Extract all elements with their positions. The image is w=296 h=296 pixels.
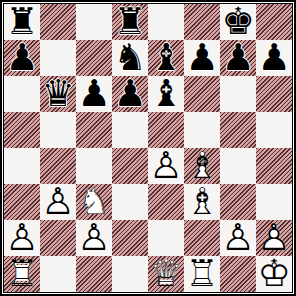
white-bishop-glyph: ♗	[184, 148, 220, 184]
square-h3[interactable]	[256, 184, 292, 220]
square-d7[interactable]: ♞	[112, 40, 148, 76]
white-pawn-glyph: ♙	[256, 220, 292, 256]
square-d3[interactable]	[112, 184, 148, 220]
black-queen-b6[interactable]: ♛	[40, 76, 76, 112]
square-c4[interactable]	[76, 148, 112, 184]
black-king-glyph: ♚	[220, 4, 256, 40]
square-d6[interactable]: ♟	[112, 76, 148, 112]
square-a4[interactable]	[4, 148, 40, 184]
chess-board-inner-border: ♜♜♚♟♞♝♟♟♟♛♟♟♝♟♙♝♗♟♙♞♘♝♗♟♙♟♙♟♙♟♙♜♖♛♕♜♖♚♔	[3, 3, 293, 293]
white-pawn-a2[interactable]: ♟♙	[4, 220, 40, 256]
square-e5[interactable]	[148, 112, 184, 148]
square-e2[interactable]	[148, 220, 184, 256]
square-b8[interactable]	[40, 4, 76, 40]
black-pawn-g7[interactable]: ♟	[220, 40, 256, 76]
square-f8[interactable]	[184, 4, 220, 40]
square-f7[interactable]: ♟	[184, 40, 220, 76]
square-f5[interactable]	[184, 112, 220, 148]
white-rook-glyph: ♖	[184, 256, 220, 292]
white-pawn-h2[interactable]: ♟♙	[256, 220, 292, 256]
white-king-glyph: ♔	[256, 256, 292, 292]
square-g7[interactable]: ♟	[220, 40, 256, 76]
black-pawn-glyph: ♟	[184, 40, 220, 76]
white-pawn-e4[interactable]: ♟♙	[148, 148, 184, 184]
square-d5[interactable]	[112, 112, 148, 148]
square-c1[interactable]	[76, 256, 112, 292]
square-f1[interactable]: ♜♖	[184, 256, 220, 292]
chess-board-frame: ♜♜♚♟♞♝♟♟♟♛♟♟♝♟♙♝♗♟♙♞♘♝♗♟♙♟♙♟♙♟♙♜♖♛♕♜♖♚♔	[0, 0, 296, 296]
square-d8[interactable]: ♜	[112, 4, 148, 40]
white-bishop-f4[interactable]: ♝♗	[184, 148, 220, 184]
square-h4[interactable]	[256, 148, 292, 184]
square-a5[interactable]	[4, 112, 40, 148]
square-b5[interactable]	[40, 112, 76, 148]
black-bishop-glyph: ♝	[148, 40, 184, 76]
black-pawn-c6[interactable]: ♟	[76, 76, 112, 112]
square-e6[interactable]: ♝	[148, 76, 184, 112]
white-pawn-glyph: ♙	[40, 184, 76, 220]
black-queen-glyph: ♛	[40, 76, 76, 112]
square-f3[interactable]: ♝♗	[184, 184, 220, 220]
white-pawn-c2[interactable]: ♟♙	[76, 220, 112, 256]
black-rook-glyph: ♜	[112, 4, 148, 40]
square-b3[interactable]: ♟♙	[40, 184, 76, 220]
square-c7[interactable]	[76, 40, 112, 76]
square-h1[interactable]: ♚♔	[256, 256, 292, 292]
white-rook-a1[interactable]: ♜♖	[4, 256, 40, 292]
black-knight-glyph: ♞	[112, 40, 148, 76]
white-pawn-glyph: ♙	[76, 220, 112, 256]
square-h6[interactable]	[256, 76, 292, 112]
white-pawn-glyph: ♙	[4, 220, 40, 256]
black-pawn-a7[interactable]: ♟	[4, 40, 40, 76]
square-e4[interactable]: ♟♙	[148, 148, 184, 184]
square-g3[interactable]	[220, 184, 256, 220]
square-h5[interactable]	[256, 112, 292, 148]
black-pawn-glyph: ♟	[220, 40, 256, 76]
square-e7[interactable]: ♝	[148, 40, 184, 76]
black-rook-a8[interactable]: ♜	[4, 4, 40, 40]
chess-board: ♜♜♚♟♞♝♟♟♟♛♟♟♝♟♙♝♗♟♙♞♘♝♗♟♙♟♙♟♙♟♙♜♖♛♕♜♖♚♔	[4, 4, 292, 292]
square-e3[interactable]	[148, 184, 184, 220]
square-h2[interactable]: ♟♙	[256, 220, 292, 256]
black-rook-d8[interactable]: ♜	[112, 4, 148, 40]
square-f6[interactable]	[184, 76, 220, 112]
square-f2[interactable]	[184, 220, 220, 256]
square-a1[interactable]: ♜♖	[4, 256, 40, 292]
black-knight-d7[interactable]: ♞	[112, 40, 148, 76]
black-pawn-glyph: ♟	[256, 40, 292, 76]
black-pawn-glyph: ♟	[112, 76, 148, 112]
square-c8[interactable]	[76, 4, 112, 40]
white-pawn-b3[interactable]: ♟♙	[40, 184, 76, 220]
white-pawn-g2[interactable]: ♟♙	[220, 220, 256, 256]
square-b7[interactable]	[40, 40, 76, 76]
square-d2[interactable]	[112, 220, 148, 256]
white-rook-f1[interactable]: ♜♖	[184, 256, 220, 292]
black-pawn-f7[interactable]: ♟	[184, 40, 220, 76]
square-g4[interactable]	[220, 148, 256, 184]
square-g8[interactable]: ♚	[220, 4, 256, 40]
square-a2[interactable]: ♟♙	[4, 220, 40, 256]
square-d4[interactable]	[112, 148, 148, 184]
square-f4[interactable]: ♝♗	[184, 148, 220, 184]
square-a6[interactable]	[4, 76, 40, 112]
black-pawn-glyph: ♟	[4, 40, 40, 76]
black-bishop-glyph: ♝	[148, 76, 184, 112]
white-pawn-glyph: ♙	[220, 220, 256, 256]
white-pawn-glyph: ♙	[148, 148, 184, 184]
black-rook-glyph: ♜	[4, 4, 40, 40]
white-knight-c3[interactable]: ♞♘	[76, 184, 112, 220]
black-pawn-d6[interactable]: ♟	[112, 76, 148, 112]
square-b1[interactable]	[40, 256, 76, 292]
square-c5[interactable]	[76, 112, 112, 148]
square-e1[interactable]: ♛♕	[148, 256, 184, 292]
square-a8[interactable]: ♜	[4, 4, 40, 40]
square-g5[interactable]	[220, 112, 256, 148]
square-c2[interactable]: ♟♙	[76, 220, 112, 256]
white-king-h1[interactable]: ♚♔	[256, 256, 292, 292]
white-bishop-f3[interactable]: ♝♗	[184, 184, 220, 220]
square-g1[interactable]	[220, 256, 256, 292]
square-h8[interactable]	[256, 4, 292, 40]
black-bishop-e6[interactable]: ♝	[148, 76, 184, 112]
white-queen-e1[interactable]: ♛♕	[148, 256, 184, 292]
black-king-g8[interactable]: ♚	[220, 4, 256, 40]
square-e8[interactable]	[148, 4, 184, 40]
square-g6[interactable]	[220, 76, 256, 112]
square-b4[interactable]	[40, 148, 76, 184]
white-knight-glyph: ♘	[76, 184, 112, 220]
square-h7[interactable]: ♟	[256, 40, 292, 76]
square-c3[interactable]: ♞♘	[76, 184, 112, 220]
black-pawn-h7[interactable]: ♟	[256, 40, 292, 76]
square-a3[interactable]	[4, 184, 40, 220]
square-a7[interactable]: ♟	[4, 40, 40, 76]
square-c6[interactable]: ♟	[76, 76, 112, 112]
square-b6[interactable]: ♛	[40, 76, 76, 112]
white-queen-glyph: ♕	[148, 256, 184, 292]
white-rook-glyph: ♖	[4, 256, 40, 292]
black-pawn-glyph: ♟	[76, 76, 112, 112]
square-g2[interactable]: ♟♙	[220, 220, 256, 256]
square-d1[interactable]	[112, 256, 148, 292]
black-bishop-e7[interactable]: ♝	[148, 40, 184, 76]
white-bishop-glyph: ♗	[184, 184, 220, 220]
square-b2[interactable]	[40, 220, 76, 256]
